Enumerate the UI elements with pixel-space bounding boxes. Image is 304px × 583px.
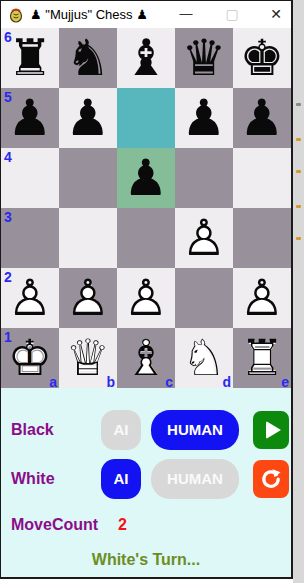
control-panel: Black AI HUMAN White AI HUMAN [1,388,291,577]
square-c3[interactable] [117,208,175,268]
square-b6[interactable]: ♞ [59,28,117,88]
background-artifact [296,103,301,106]
rank-label-4: 4 [4,149,12,165]
piece-white-pawn: ♙ [124,273,169,323]
piece-white-rook: ♖ [240,333,285,383]
square-c6[interactable]: ♝ [117,28,175,88]
window-title: ♟ "Mujjus" Chess ♟ [30,7,148,22]
square-a5[interactable]: 5♟ [1,88,59,148]
piece-white-bishop: ♗ [124,333,169,383]
piece-white-queen: ♕ [66,333,111,383]
square-e5[interactable]: ♟ [233,88,291,148]
square-e6[interactable]: ♚ [233,28,291,88]
turn-status: White's Turn... [1,551,291,569]
restart-button[interactable] [253,460,289,498]
square-a1[interactable]: 1a♚♔ [1,328,59,388]
square-c1[interactable]: c♝♗ [117,328,175,388]
square-a2[interactable]: 2♟♙ [1,268,59,328]
piece-black-pawn: ♟ [124,153,169,203]
rank-label-3: 3 [4,209,12,225]
square-e2[interactable]: ♟♙ [233,268,291,328]
square-e3[interactable] [233,208,291,268]
background-artifact [296,170,301,173]
rank-label-5: 5 [4,89,12,105]
square-d3[interactable]: ♟♙ [175,208,233,268]
square-b3[interactable] [59,208,117,268]
play-icon [266,421,281,439]
piece-black-pawn: ♟ [240,93,285,143]
piece-white-pawn: ♙ [240,273,285,323]
square-d6[interactable]: ♛ [175,28,233,88]
restart-icon [259,467,283,491]
piece-black-rook: ♜ [8,33,53,83]
piece-white-pawn: ♙ [8,273,53,323]
white-label: White [11,459,55,499]
piece-black-knight: ♞ [66,33,111,83]
minimize-button[interactable]: — [173,1,199,27]
background-window-sliver [293,0,304,583]
move-count-value: 2 [118,516,127,534]
piece-black-pawn: ♟ [66,93,111,143]
black-label: Black [11,410,54,450]
piece-white-knight: ♘ [182,333,227,383]
piece-black-bishop: ♝ [124,33,169,83]
app-icon [8,7,24,23]
piece-white-pawn: ♙ [182,213,227,263]
chess-board: 6♜♞♝♛♚5♟♟♟♟4♟3♟♙2♟♙♟♙♟♙♟♙1a♚♔b♛♕c♝♗d♞♘e♜… [1,28,291,388]
black-human-button[interactable]: HUMAN [151,410,239,450]
square-a6[interactable]: 6♜ [1,28,59,88]
title-bar: ♟ "Mujjus" Chess ♟ — ▢ ✕ [1,1,291,28]
white-player-row: White AI HUMAN [1,459,291,499]
background-artifact [296,237,301,240]
square-c2[interactable]: ♟♙ [117,268,175,328]
square-e4[interactable] [233,148,291,208]
square-b5[interactable]: ♟ [59,88,117,148]
piece-black-pawn: ♟ [8,93,53,143]
square-b2[interactable]: ♟♙ [59,268,117,328]
maximize-button[interactable]: ▢ [219,1,245,27]
white-human-button[interactable]: HUMAN [151,459,239,499]
square-a4[interactable]: 4 [1,148,59,208]
piece-white-king: ♔ [8,333,53,383]
square-a3[interactable]: 3 [1,208,59,268]
close-button[interactable]: ✕ [263,1,289,27]
square-b1[interactable]: b♛♕ [59,328,117,388]
rank-label-6: 6 [4,29,12,45]
piece-black-queen: ♛ [182,33,227,83]
background-artifact [296,205,301,208]
piece-black-king: ♚ [240,33,285,83]
square-d2[interactable] [175,268,233,328]
play-button[interactable] [253,411,289,449]
move-count-row: MoveCount 2 [1,516,291,536]
square-c4[interactable]: ♟ [117,148,175,208]
background-artifact [296,138,301,141]
square-b4[interactable] [59,148,117,208]
square-d4[interactable] [175,148,233,208]
square-c5[interactable] [117,88,175,148]
square-e1[interactable]: e♜♖ [233,328,291,388]
black-ai-button[interactable]: AI [101,410,141,450]
white-ai-button[interactable]: AI [101,459,141,499]
piece-black-pawn: ♟ [182,93,227,143]
square-d5[interactable]: ♟ [175,88,233,148]
piece-white-pawn: ♙ [66,273,111,323]
black-player-row: Black AI HUMAN [1,410,291,450]
move-count-label: MoveCount [11,516,98,534]
square-d1[interactable]: d♞♘ [175,328,233,388]
screen: ♟ "Mujjus" Chess ♟ — ▢ ✕ 6♜♞♝♛♚5♟♟♟♟4♟3♟… [0,0,304,583]
app-window: ♟ "Mujjus" Chess ♟ — ▢ ✕ 6♜♞♝♛♚5♟♟♟♟4♟3♟… [0,0,293,579]
